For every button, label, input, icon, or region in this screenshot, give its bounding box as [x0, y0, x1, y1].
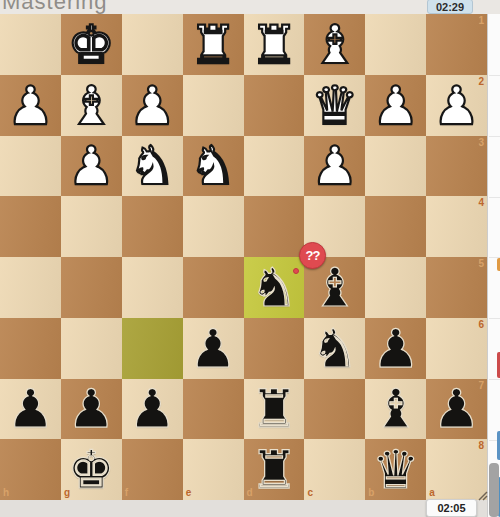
- board-resize-handle[interactable]: [476, 487, 488, 499]
- square-a6[interactable]: 6: [426, 318, 487, 379]
- square-e3[interactable]: ♞: [183, 136, 244, 197]
- piece-white-rook[interactable]: ♜: [244, 14, 305, 75]
- square-c2[interactable]: ♛: [304, 75, 365, 136]
- square-g7[interactable]: ♟: [61, 379, 122, 440]
- square-c7[interactable]: [304, 379, 365, 440]
- piece-black-king[interactable]: ♚: [61, 439, 122, 500]
- chess-app-window: Mastering 02:29 ♚♜♜♝1♟♝♟♛♟2♟♟♞♞♟34♞♝5♟♞♟…: [0, 0, 500, 517]
- square-g3[interactable]: ♟: [61, 136, 122, 197]
- piece-black-bishop[interactable]: ♝: [365, 379, 426, 440]
- square-d5[interactable]: ♞: [244, 257, 305, 318]
- square-g1[interactable]: ♚: [61, 14, 122, 75]
- square-b5[interactable]: [365, 257, 426, 318]
- piece-white-pawn[interactable]: ♟: [0, 75, 61, 136]
- square-g2[interactable]: ♝: [61, 75, 122, 136]
- player-clock: 02:05: [426, 499, 477, 517]
- panel-separator: [489, 75, 500, 76]
- square-h8[interactable]: h: [0, 439, 61, 500]
- square-a3[interactable]: 3: [426, 136, 487, 197]
- square-e6[interactable]: ♟: [183, 318, 244, 379]
- square-b8[interactable]: b♛: [365, 439, 426, 500]
- square-b7[interactable]: ♝: [365, 379, 426, 440]
- scrollbar-thumb[interactable]: [489, 463, 499, 517]
- square-d2[interactable]: [244, 75, 305, 136]
- square-h7[interactable]: ♟: [0, 379, 61, 440]
- square-g6[interactable]: [61, 318, 122, 379]
- square-d3[interactable]: [244, 136, 305, 197]
- square-g4[interactable]: [61, 196, 122, 257]
- square-c1[interactable]: ♝: [304, 14, 365, 75]
- piece-white-pawn[interactable]: ♟: [304, 136, 365, 197]
- piece-white-bishop[interactable]: ♝: [304, 14, 365, 75]
- opponent-clock: 02:29: [427, 0, 473, 14]
- square-d1[interactable]: ♜: [244, 14, 305, 75]
- square-a7[interactable]: 7♟: [426, 379, 487, 440]
- square-b4[interactable]: [365, 196, 426, 257]
- piece-black-pawn[interactable]: ♟: [183, 318, 244, 379]
- square-h4[interactable]: [0, 196, 61, 257]
- piece-white-knight[interactable]: ♞: [122, 136, 183, 197]
- square-a5[interactable]: 5: [426, 257, 487, 318]
- square-g8[interactable]: g♚: [61, 439, 122, 500]
- piece-black-pawn[interactable]: ♟: [0, 379, 61, 440]
- piece-black-rook[interactable]: ♜: [244, 379, 305, 440]
- panel-separator: [489, 379, 500, 380]
- file-label-c: c: [307, 488, 313, 498]
- square-h1[interactable]: [0, 14, 61, 75]
- piece-black-pawn[interactable]: ♟: [365, 318, 426, 379]
- square-c8[interactable]: c: [304, 439, 365, 500]
- rank-label-3: 3: [478, 138, 484, 148]
- piece-black-rook[interactable]: ♜: [244, 439, 305, 500]
- rank-label-4: 4: [478, 198, 484, 208]
- rank-label-5: 5: [478, 259, 484, 269]
- panel-separator: [489, 318, 500, 319]
- top-strip: Mastering: [0, 0, 500, 14]
- side-panel: [487, 14, 500, 517]
- square-e4[interactable]: [183, 196, 244, 257]
- chess-board[interactable]: ♚♜♜♝1♟♝♟♛♟2♟♟♞♞♟34♞♝5♟♞♟6♟♟♟♜♝7♟hg♚fed♜c…: [0, 14, 487, 500]
- square-f7[interactable]: ♟: [122, 379, 183, 440]
- piece-black-pawn[interactable]: ♟: [122, 379, 183, 440]
- piece-white-rook[interactable]: ♜: [183, 14, 244, 75]
- square-f1[interactable]: [122, 14, 183, 75]
- square-h5[interactable]: [0, 257, 61, 318]
- square-d7[interactable]: ♜: [244, 379, 305, 440]
- square-b6[interactable]: ♟: [365, 318, 426, 379]
- piece-white-pawn[interactable]: ♟: [365, 75, 426, 136]
- file-label-h: h: [3, 488, 9, 498]
- piece-white-king[interactable]: ♚: [61, 14, 122, 75]
- rank-label-6: 6: [478, 320, 484, 330]
- square-d8[interactable]: d♜: [244, 439, 305, 500]
- square-e5[interactable]: [183, 257, 244, 318]
- file-label-f: f: [125, 488, 128, 498]
- square-a2[interactable]: 2♟: [426, 75, 487, 136]
- square-b2[interactable]: ♟: [365, 75, 426, 136]
- piece-white-pawn[interactable]: ♟: [122, 75, 183, 136]
- square-g5[interactable]: [61, 257, 122, 318]
- page-title-cropped: Mastering: [2, 0, 108, 14]
- panel-separator: [489, 136, 500, 137]
- square-h2[interactable]: ♟: [0, 75, 61, 136]
- piece-black-knight[interactable]: ♞: [304, 318, 365, 379]
- square-b3[interactable]: [365, 136, 426, 197]
- panel-separator: [489, 197, 500, 198]
- square-d6[interactable]: [244, 318, 305, 379]
- square-f6[interactable]: [122, 318, 183, 379]
- square-h3[interactable]: [0, 136, 61, 197]
- square-a1[interactable]: 1: [426, 14, 487, 75]
- piece-black-queen[interactable]: ♛: [365, 439, 426, 500]
- square-d4[interactable]: [244, 196, 305, 257]
- rank-label-8: 8: [478, 441, 484, 451]
- piece-white-pawn[interactable]: ♟: [426, 75, 487, 136]
- square-e7[interactable]: [183, 379, 244, 440]
- square-f8[interactable]: f: [122, 439, 183, 500]
- file-label-a: a: [429, 488, 435, 498]
- piece-black-knight[interactable]: ♞: [244, 257, 305, 318]
- square-f2[interactable]: ♟: [122, 75, 183, 136]
- piece-white-queen[interactable]: ♛: [304, 75, 365, 136]
- piece-white-knight[interactable]: ♞: [183, 136, 244, 197]
- square-b1[interactable]: [365, 14, 426, 75]
- square-e8[interactable]: e: [183, 439, 244, 500]
- square-f4[interactable]: [122, 196, 183, 257]
- piece-white-pawn[interactable]: ♟: [61, 136, 122, 197]
- square-c3[interactable]: ♟: [304, 136, 365, 197]
- blunder-badge: ??: [299, 242, 326, 269]
- square-f5[interactable]: [122, 257, 183, 318]
- square-c6[interactable]: ♞: [304, 318, 365, 379]
- bottom-strip: [0, 500, 487, 517]
- piece-black-pawn[interactable]: ♟: [61, 379, 122, 440]
- square-e1[interactable]: ♜: [183, 14, 244, 75]
- rank-label-1: 1: [478, 16, 484, 26]
- blunder-badge-tail-dot: [293, 268, 299, 274]
- square-f3[interactable]: ♞: [122, 136, 183, 197]
- square-a4[interactable]: 4: [426, 196, 487, 257]
- piece-black-pawn[interactable]: ♟: [426, 379, 487, 440]
- file-label-e: e: [186, 488, 192, 498]
- square-h6[interactable]: [0, 318, 61, 379]
- piece-white-bishop[interactable]: ♝: [61, 75, 122, 136]
- square-e2[interactable]: [183, 75, 244, 136]
